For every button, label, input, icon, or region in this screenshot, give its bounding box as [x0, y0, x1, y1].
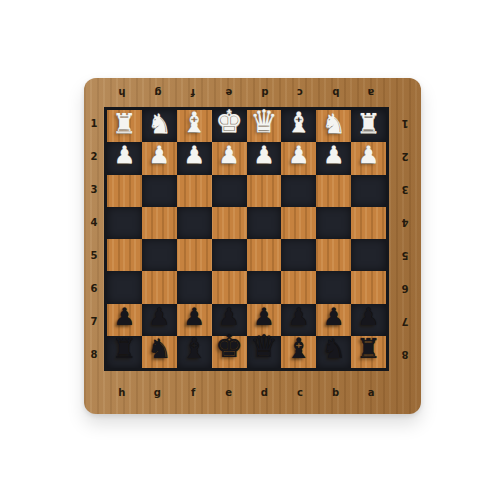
coord-bottom-c: c [282, 376, 318, 408]
square-d2[interactable]: ♟ [247, 142, 282, 174]
piece-black-knight-g8[interactable]: ♞ [147, 335, 171, 362]
piece-white-knight-g1[interactable]: ♞ [147, 110, 171, 137]
coord-left-1: 1 [84, 107, 104, 140]
piece-black-pawn-a7[interactable]: ♟ [358, 305, 380, 329]
piece-black-pawn-g7[interactable]: ♟ [149, 305, 171, 329]
square-e8[interactable]: ♚ [212, 336, 247, 368]
coord-bottom-d: d [247, 376, 283, 408]
piece-white-bishop-c1[interactable]: ♝ [286, 109, 311, 137]
piece-white-pawn-b2[interactable]: ♟ [323, 143, 345, 167]
piece-black-bishop-c8[interactable]: ♝ [286, 335, 311, 363]
coord-top-a: a [353, 81, 389, 105]
coord-right-3: 3 [389, 173, 421, 206]
square-b3[interactable] [316, 175, 351, 207]
square-b1[interactable]: ♞ [316, 110, 351, 142]
piece-white-rook-a1[interactable]: ♜ [356, 110, 380, 137]
square-h2[interactable]: ♟ [107, 142, 142, 174]
square-d6[interactable] [247, 271, 282, 303]
piece-black-pawn-f7[interactable]: ♟ [183, 305, 205, 329]
square-d1[interactable]: ♛ [247, 110, 282, 142]
piece-black-pawn-d7[interactable]: ♟ [253, 305, 275, 329]
piece-white-pawn-h2[interactable]: ♟ [114, 143, 136, 167]
coord-left-4: 4 [84, 206, 104, 239]
square-e6[interactable] [212, 271, 247, 303]
square-e3[interactable] [212, 175, 247, 207]
coord-bottom-e: e [211, 376, 247, 408]
square-h4[interactable] [107, 207, 142, 239]
square-d5[interactable] [247, 239, 282, 271]
coord-left-2: 2 [84, 140, 104, 173]
coord-left-8: 8 [84, 338, 104, 371]
piece-black-rook-h8[interactable]: ♜ [112, 335, 136, 362]
coord-bottom-g: g [140, 376, 176, 408]
square-f8[interactable]: ♝ [177, 336, 212, 368]
square-c2[interactable]: ♟ [281, 142, 316, 174]
square-d4[interactable] [247, 207, 282, 239]
coord-right-7: 7 [389, 305, 421, 338]
piece-black-queen-d8[interactable]: ♛ [250, 331, 278, 362]
piece-black-pawn-h7[interactable]: ♟ [114, 305, 136, 329]
square-g2[interactable]: ♟ [142, 142, 177, 174]
coord-bottom-b: b [318, 376, 354, 408]
square-b6[interactable] [316, 271, 351, 303]
coord-top-h: h [104, 81, 140, 105]
square-a4[interactable] [351, 207, 386, 239]
square-a6[interactable] [351, 271, 386, 303]
square-b2[interactable]: ♟ [316, 142, 351, 174]
square-b7[interactable]: ♟ [316, 304, 351, 336]
square-h6[interactable] [107, 271, 142, 303]
square-a8[interactable]: ♜ [351, 336, 386, 368]
piece-white-pawn-d2[interactable]: ♟ [253, 143, 275, 167]
square-g4[interactable] [142, 207, 177, 239]
piece-black-pawn-b7[interactable]: ♟ [323, 305, 345, 329]
coord-left-6: 6 [84, 272, 104, 305]
coord-right-5: 5 [389, 239, 421, 272]
square-h7[interactable]: ♟ [107, 304, 142, 336]
square-h8[interactable]: ♜ [107, 336, 142, 368]
coords-bottom: hgfedcba [104, 376, 389, 408]
square-a7[interactable]: ♟ [351, 304, 386, 336]
square-f5[interactable] [177, 239, 212, 271]
piece-white-pawn-c2[interactable]: ♟ [288, 143, 310, 167]
coord-right-8: 8 [389, 338, 421, 371]
coord-left-3: 3 [84, 173, 104, 206]
coord-bottom-h: h [104, 376, 140, 408]
square-c1[interactable]: ♝ [281, 110, 316, 142]
square-g5[interactable] [142, 239, 177, 271]
square-c8[interactable]: ♝ [281, 336, 316, 368]
square-d8[interactable]: ♛ [247, 336, 282, 368]
piece-white-queen-d1[interactable]: ♛ [250, 106, 278, 137]
square-a2[interactable]: ♟ [351, 142, 386, 174]
square-d3[interactable] [247, 175, 282, 207]
piece-black-pawn-e7[interactable]: ♟ [218, 305, 240, 329]
piece-white-pawn-g2[interactable]: ♟ [149, 143, 171, 167]
coord-left-7: 7 [84, 305, 104, 338]
square-b4[interactable] [316, 207, 351, 239]
chess-board: hgfedcba 12345678 12345678 hgfedcba ♜♞♝♚… [84, 78, 421, 414]
coord-top-d: d [247, 81, 283, 105]
piece-black-knight-b8[interactable]: ♞ [322, 335, 346, 362]
square-e4[interactable] [212, 207, 247, 239]
square-e5[interactable] [212, 239, 247, 271]
piece-black-pawn-c7[interactable]: ♟ [288, 305, 310, 329]
coord-right-6: 6 [389, 272, 421, 305]
piece-white-pawn-e2[interactable]: ♟ [218, 143, 240, 167]
piece-white-pawn-a2[interactable]: ♟ [358, 143, 380, 167]
square-c5[interactable] [281, 239, 316, 271]
piece-black-rook-a8[interactable]: ♜ [356, 335, 380, 362]
square-h5[interactable] [107, 239, 142, 271]
coord-left-5: 5 [84, 239, 104, 272]
board-grid: ♜♞♝♚♛♝♞♜♟♟♟♟♟♟♟♟♟♟♟♟♟♟♟♟♜♞♝♚♛♝♞♜ [104, 107, 389, 371]
coord-bottom-f: f [175, 376, 211, 408]
piece-black-king-e8[interactable]: ♚ [215, 331, 243, 362]
square-a5[interactable] [351, 239, 386, 271]
square-f6[interactable] [177, 271, 212, 303]
coords-left: 12345678 [84, 107, 104, 371]
square-g7[interactable]: ♟ [142, 304, 177, 336]
square-f3[interactable] [177, 175, 212, 207]
coord-top-g: g [140, 81, 176, 105]
square-e1[interactable]: ♚ [212, 110, 247, 142]
square-c3[interactable] [281, 175, 316, 207]
coord-top-f: f [175, 81, 211, 105]
square-b8[interactable]: ♞ [316, 336, 351, 368]
coord-right-4: 4 [389, 206, 421, 239]
coord-top-b: b [318, 81, 354, 105]
square-h1[interactable]: ♜ [107, 110, 142, 142]
square-f1[interactable]: ♝ [177, 110, 212, 142]
coord-right-2: 2 [389, 140, 421, 173]
square-e2[interactable]: ♟ [212, 142, 247, 174]
coord-right-1: 1 [389, 107, 421, 140]
piece-white-knight-b1[interactable]: ♞ [322, 110, 346, 137]
photo-background: hgfedcba 12345678 12345678 hgfedcba ♜♞♝♚… [0, 0, 500, 500]
square-c6[interactable] [281, 271, 316, 303]
piece-white-bishop-f1[interactable]: ♝ [182, 109, 207, 137]
coord-top-e: e [211, 81, 247, 105]
piece-white-pawn-f2[interactable]: ♟ [183, 143, 205, 167]
square-h3[interactable] [107, 175, 142, 207]
coord-bottom-a: a [353, 376, 389, 408]
square-a1[interactable]: ♜ [351, 110, 386, 142]
piece-white-rook-h1[interactable]: ♜ [112, 110, 136, 137]
coord-top-c: c [282, 81, 318, 105]
coords-top: hgfedcba [104, 81, 389, 105]
square-g6[interactable] [142, 271, 177, 303]
square-g3[interactable] [142, 175, 177, 207]
square-f4[interactable] [177, 207, 212, 239]
piece-white-king-e1[interactable]: ♚ [215, 106, 243, 137]
square-g8[interactable]: ♞ [142, 336, 177, 368]
coords-right: 12345678 [389, 107, 421, 371]
square-b5[interactable] [316, 239, 351, 271]
square-c4[interactable] [281, 207, 316, 239]
piece-black-bishop-f8[interactable]: ♝ [182, 335, 207, 363]
square-g1[interactable]: ♞ [142, 110, 177, 142]
square-f2[interactable]: ♟ [177, 142, 212, 174]
square-a3[interactable] [351, 175, 386, 207]
